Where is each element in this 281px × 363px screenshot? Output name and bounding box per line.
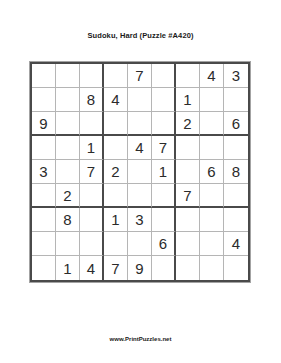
cell-r6c2[interactable]: 2 bbox=[56, 184, 80, 208]
cell-r1c5[interactable]: 7 bbox=[128, 64, 152, 88]
cell-r8c8[interactable] bbox=[200, 232, 224, 256]
cell-r7c9[interactable] bbox=[224, 208, 248, 232]
cell-r8c1[interactable] bbox=[32, 232, 56, 256]
cell-r9c8[interactable] bbox=[200, 256, 224, 280]
cell-r3c2[interactable] bbox=[56, 112, 80, 136]
cell-r9c6[interactable] bbox=[152, 256, 176, 280]
cell-r6c4[interactable] bbox=[104, 184, 128, 208]
cell-r8c6[interactable]: 6 bbox=[152, 232, 176, 256]
cell-r8c9[interactable]: 4 bbox=[224, 232, 248, 256]
cell-r2c6[interactable] bbox=[152, 88, 176, 112]
cell-r7c5[interactable]: 3 bbox=[128, 208, 152, 232]
cell-r5c2[interactable] bbox=[56, 160, 80, 184]
cell-r2c8[interactable] bbox=[200, 88, 224, 112]
cell-r6c6[interactable] bbox=[152, 184, 176, 208]
cell-r1c9[interactable]: 3 bbox=[224, 64, 248, 88]
cell-r4c3[interactable]: 1 bbox=[80, 136, 104, 160]
cell-r1c2[interactable] bbox=[56, 64, 80, 88]
cell-r8c7[interactable] bbox=[176, 232, 200, 256]
cell-r9c2[interactable]: 1 bbox=[56, 256, 80, 280]
cell-r6c8[interactable] bbox=[200, 184, 224, 208]
cell-r2c3[interactable]: 8 bbox=[80, 88, 104, 112]
cell-r1c1[interactable] bbox=[32, 64, 56, 88]
cell-r7c3[interactable] bbox=[80, 208, 104, 232]
cell-r7c7[interactable] bbox=[176, 208, 200, 232]
cell-r7c6[interactable] bbox=[152, 208, 176, 232]
cell-r4c4[interactable] bbox=[104, 136, 128, 160]
cell-r7c8[interactable] bbox=[200, 208, 224, 232]
cell-r9c9[interactable] bbox=[224, 256, 248, 280]
cell-r5c8[interactable]: 6 bbox=[200, 160, 224, 184]
cell-r1c6[interactable] bbox=[152, 64, 176, 88]
cell-r9c3[interactable]: 4 bbox=[80, 256, 104, 280]
cell-r3c1[interactable]: 9 bbox=[32, 112, 56, 136]
cell-r3c3[interactable] bbox=[80, 112, 104, 136]
cell-r5c9[interactable]: 8 bbox=[224, 160, 248, 184]
cell-r6c1[interactable] bbox=[32, 184, 56, 208]
cell-r7c4[interactable]: 1 bbox=[104, 208, 128, 232]
cell-r6c9[interactable] bbox=[224, 184, 248, 208]
cell-r9c5[interactable]: 9 bbox=[128, 256, 152, 280]
cell-r4c5[interactable]: 4 bbox=[128, 136, 152, 160]
cell-r4c6[interactable]: 7 bbox=[152, 136, 176, 160]
cell-r3c4[interactable] bbox=[104, 112, 128, 136]
cell-r9c7[interactable] bbox=[176, 256, 200, 280]
cell-r3c8[interactable] bbox=[200, 112, 224, 136]
cell-r8c3[interactable] bbox=[80, 232, 104, 256]
cell-r4c8[interactable] bbox=[200, 136, 224, 160]
cell-r8c2[interactable] bbox=[56, 232, 80, 256]
cell-r3c6[interactable] bbox=[152, 112, 176, 136]
cell-r1c3[interactable] bbox=[80, 64, 104, 88]
cell-r3c9[interactable]: 6 bbox=[224, 112, 248, 136]
cell-r1c8[interactable]: 4 bbox=[200, 64, 224, 88]
cell-r1c4[interactable] bbox=[104, 64, 128, 88]
cell-r2c4[interactable]: 4 bbox=[104, 88, 128, 112]
cell-r2c2[interactable] bbox=[56, 88, 80, 112]
cell-r6c7[interactable]: 7 bbox=[176, 184, 200, 208]
cell-r2c9[interactable] bbox=[224, 88, 248, 112]
cell-r2c1[interactable] bbox=[32, 88, 56, 112]
cell-r5c7[interactable] bbox=[176, 160, 200, 184]
cell-r5c1[interactable]: 3 bbox=[32, 160, 56, 184]
cell-r4c1[interactable] bbox=[32, 136, 56, 160]
cell-r2c7[interactable]: 1 bbox=[176, 88, 200, 112]
cell-r7c1[interactable] bbox=[32, 208, 56, 232]
cell-r6c5[interactable] bbox=[128, 184, 152, 208]
cell-r5c6[interactable]: 1 bbox=[152, 160, 176, 184]
cell-r5c4[interactable]: 2 bbox=[104, 160, 128, 184]
cell-r4c7[interactable] bbox=[176, 136, 200, 160]
sudoku-board: 74384192614737216827813641479 bbox=[30, 62, 250, 282]
cell-r5c3[interactable]: 7 bbox=[80, 160, 104, 184]
cell-r1c7[interactable] bbox=[176, 64, 200, 88]
cell-r5c5[interactable] bbox=[128, 160, 152, 184]
footer-url: www.PrintPuzzles.net bbox=[0, 336, 281, 342]
cell-r3c5[interactable] bbox=[128, 112, 152, 136]
cell-r9c1[interactable] bbox=[32, 256, 56, 280]
cell-r6c3[interactable] bbox=[80, 184, 104, 208]
cell-r4c9[interactable] bbox=[224, 136, 248, 160]
cell-r2c5[interactable] bbox=[128, 88, 152, 112]
cell-r8c5[interactable] bbox=[128, 232, 152, 256]
cell-r7c2[interactable]: 8 bbox=[56, 208, 80, 232]
cell-r4c2[interactable] bbox=[56, 136, 80, 160]
cell-r8c4[interactable] bbox=[104, 232, 128, 256]
cell-r3c7[interactable]: 2 bbox=[176, 112, 200, 136]
puzzle-title: Sudoku, Hard (Puzzle #A420) bbox=[0, 31, 281, 40]
cell-r9c4[interactable]: 7 bbox=[104, 256, 128, 280]
